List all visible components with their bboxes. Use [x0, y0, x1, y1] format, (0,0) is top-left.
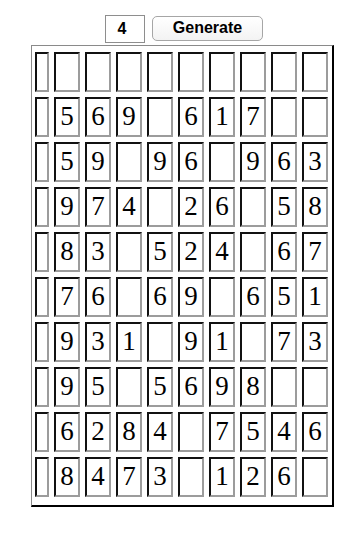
grid-cell-r9c8[interactable] — [240, 412, 266, 452]
grid-cell-r5c9[interactable] — [271, 232, 297, 272]
grid-cell-r7c4[interactable] — [116, 322, 142, 362]
grid-cell-r8c1[interactable] — [35, 367, 49, 407]
grid-cell-r1c10[interactable] — [302, 52, 328, 92]
grid-cell-r6c4[interactable] — [116, 277, 142, 317]
grid-cell-r5c5[interactable] — [147, 232, 173, 272]
grid-cell-r5c6[interactable] — [178, 232, 204, 272]
grid-cell-r2c3[interactable] — [85, 97, 111, 137]
grid-cell-r9c9[interactable] — [271, 412, 297, 452]
grid-cell-r9c6[interactable] — [178, 412, 204, 452]
grid-cell-r10c3[interactable] — [85, 457, 111, 497]
grid-cell-r10c5[interactable] — [147, 457, 173, 497]
grid-cell-r5c7[interactable] — [209, 232, 235, 272]
grid-cell-r6c3[interactable] — [85, 277, 111, 317]
generate-button[interactable]: Generate — [152, 16, 263, 41]
grid-cell-r6c2[interactable] — [54, 277, 80, 317]
grid-cell-r5c1[interactable] — [35, 232, 49, 272]
grid-cell-r10c4[interactable] — [116, 457, 142, 497]
grid-cell-r1c2[interactable] — [54, 52, 80, 92]
grid-cell-r7c6[interactable] — [178, 322, 204, 362]
grid-cell-r10c2[interactable] — [54, 457, 80, 497]
grid-cell-r1c1[interactable] — [35, 52, 49, 92]
grid-cell-r8c9[interactable] — [271, 367, 297, 407]
size-input[interactable] — [105, 15, 145, 43]
grid-cell-r3c7[interactable] — [209, 142, 235, 182]
grid-cell-r9c10[interactable] — [302, 412, 328, 452]
grid-cell-r2c6[interactable] — [178, 97, 204, 137]
grid-cell-r7c1[interactable] — [35, 322, 49, 362]
grid-cell-r4c6[interactable] — [178, 187, 204, 227]
grid-cell-r1c7[interactable] — [209, 52, 235, 92]
grid-cell-r8c3[interactable] — [85, 367, 111, 407]
grid-cell-r3c2[interactable] — [54, 142, 80, 182]
grid-cell-r5c3[interactable] — [85, 232, 111, 272]
grid-cell-r2c4[interactable] — [116, 97, 142, 137]
grid-cell-r4c4[interactable] — [116, 187, 142, 227]
grid-cell-r1c8[interactable] — [240, 52, 266, 92]
grid-cell-r4c8[interactable] — [240, 187, 266, 227]
grid-cell-r8c6[interactable] — [178, 367, 204, 407]
grid-cell-r4c3[interactable] — [85, 187, 111, 227]
grid-cell-r3c6[interactable] — [178, 142, 204, 182]
grid-cell-r8c4[interactable] — [116, 367, 142, 407]
grid-cell-r7c3[interactable] — [85, 322, 111, 362]
grid-cell-r6c9[interactable] — [271, 277, 297, 317]
grid-cell-r4c10[interactable] — [302, 187, 328, 227]
grid-cell-r1c9[interactable] — [271, 52, 297, 92]
grid-cell-r4c1[interactable] — [35, 187, 49, 227]
grid-cell-r2c5[interactable] — [147, 97, 173, 137]
grid-cell-r5c2[interactable] — [54, 232, 80, 272]
grid-cell-r6c6[interactable] — [178, 277, 204, 317]
grid-cell-r8c10[interactable] — [302, 367, 328, 407]
grid-cell-r6c10[interactable] — [302, 277, 328, 317]
grid-cell-r10c7[interactable] — [209, 457, 235, 497]
grid-cell-r5c10[interactable] — [302, 232, 328, 272]
grid-cell-r5c8[interactable] — [240, 232, 266, 272]
grid-cell-r6c8[interactable] — [240, 277, 266, 317]
grid-cell-r7c8[interactable] — [240, 322, 266, 362]
grid-cell-r2c7[interactable] — [209, 97, 235, 137]
grid-cell-r10c9[interactable] — [271, 457, 297, 497]
grid-cell-r2c9[interactable] — [271, 97, 297, 137]
grid-cell-r3c4[interactable] — [116, 142, 142, 182]
grid-cell-r6c7[interactable] — [209, 277, 235, 317]
grid-cell-r3c10[interactable] — [302, 142, 328, 182]
grid-cell-r9c2[interactable] — [54, 412, 80, 452]
grid-cell-r4c7[interactable] — [209, 187, 235, 227]
grid-cell-r1c5[interactable] — [147, 52, 173, 92]
grid-cell-r7c9[interactable] — [271, 322, 297, 362]
grid-cell-r9c4[interactable] — [116, 412, 142, 452]
grid-cell-r3c8[interactable] — [240, 142, 266, 182]
grid-cell-r1c6[interactable] — [178, 52, 204, 92]
grid-cell-r10c10[interactable] — [302, 457, 328, 497]
grid-cell-r8c2[interactable] — [54, 367, 80, 407]
grid-cell-r6c1[interactable] — [35, 277, 49, 317]
page: Generate — [0, 0, 361, 539]
grid-cell-r9c7[interactable] — [209, 412, 235, 452]
grid-cell-r6c5[interactable] — [147, 277, 173, 317]
grid-cell-r4c9[interactable] — [271, 187, 297, 227]
grid-cell-r8c8[interactable] — [240, 367, 266, 407]
grid-cell-r5c4[interactable] — [116, 232, 142, 272]
grid-cell-r1c3[interactable] — [85, 52, 111, 92]
grid-cell-r3c3[interactable] — [85, 142, 111, 182]
grid-cell-r8c5[interactable] — [147, 367, 173, 407]
grid-cell-r7c2[interactable] — [54, 322, 80, 362]
grid-cell-r9c1[interactable] — [35, 412, 49, 452]
grid-cell-r2c2[interactable] — [54, 97, 80, 137]
grid-cell-r9c3[interactable] — [85, 412, 111, 452]
grid-cell-r3c5[interactable] — [147, 142, 173, 182]
grid-cell-r4c5[interactable] — [147, 187, 173, 227]
board — [31, 45, 334, 507]
grid-cell-r3c1[interactable] — [35, 142, 49, 182]
grid-cell-r10c6[interactable] — [178, 457, 204, 497]
grid-cell-r9c5[interactable] — [147, 412, 173, 452]
grid-cell-r2c10[interactable] — [302, 97, 328, 137]
grid-cell-r8c7[interactable] — [209, 367, 235, 407]
grid-cell-r1c4[interactable] — [116, 52, 142, 92]
grid-cell-r7c7[interactable] — [209, 322, 235, 362]
grid-cell-r4c2[interactable] — [54, 187, 80, 227]
grid-cell-r7c5[interactable] — [147, 322, 173, 362]
grid-cell-r2c1[interactable] — [35, 97, 49, 137]
grid-cell-r3c9[interactable] — [271, 142, 297, 182]
grid-cell-r10c8[interactable] — [240, 457, 266, 497]
grid-cell-r2c8[interactable] — [240, 97, 266, 137]
grid-cell-r10c1[interactable] — [35, 457, 49, 497]
grid-cell-r7c10[interactable] — [302, 322, 328, 362]
